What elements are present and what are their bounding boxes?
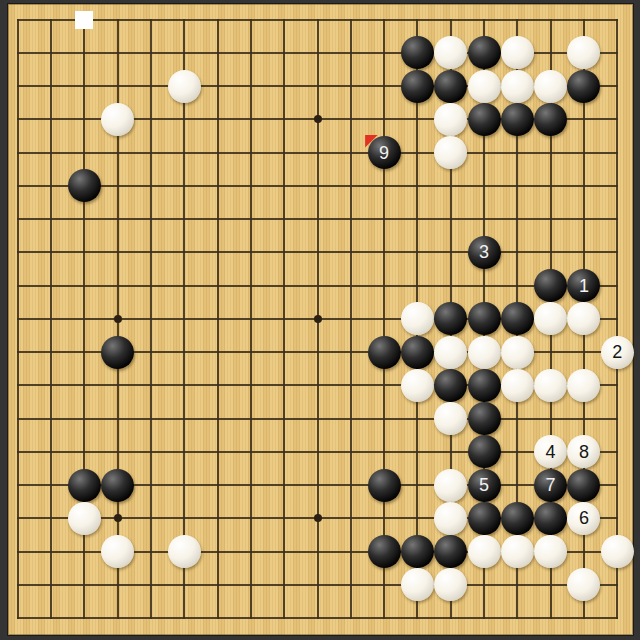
- stone-black: [534, 502, 567, 535]
- stone-white: [168, 70, 201, 103]
- go-board[interactable]: 931248576: [8, 4, 633, 635]
- stone-white: [401, 568, 434, 601]
- stone-black: [401, 336, 434, 369]
- move-number: 4: [546, 443, 556, 461]
- stone-white: [101, 535, 134, 568]
- stone-black: [434, 302, 467, 335]
- stone-black: [468, 435, 501, 468]
- stone-white: 4: [534, 435, 567, 468]
- stone-black: [468, 402, 501, 435]
- stone-white: [501, 535, 534, 568]
- move-number: 6: [579, 509, 589, 527]
- stone-black: [68, 469, 101, 502]
- stone-white: [501, 369, 534, 402]
- stone-black: [368, 469, 401, 502]
- stone-white: [401, 302, 434, 335]
- stone-white: [434, 136, 467, 169]
- stone-black: [401, 535, 434, 568]
- star-point: [314, 115, 322, 123]
- stone-white: [434, 336, 467, 369]
- stone-black: [101, 469, 134, 502]
- stone-white: [567, 302, 600, 335]
- grid-line: [17, 418, 618, 420]
- stone-white: [168, 535, 201, 568]
- stone-white: [401, 369, 434, 402]
- stone-black: [501, 103, 534, 136]
- stone-black: [101, 336, 134, 369]
- stone-black: 5: [468, 469, 501, 502]
- stone-black: 1: [567, 269, 600, 302]
- stone-black: [434, 535, 467, 568]
- star-point: [114, 315, 122, 323]
- stone-white: [468, 70, 501, 103]
- stone-black: [501, 502, 534, 535]
- stone-black: [468, 502, 501, 535]
- stone-white: [567, 369, 600, 402]
- stone-white: [434, 103, 467, 136]
- stone-white: [434, 568, 467, 601]
- star-point: [314, 514, 322, 522]
- square-marker: [75, 11, 93, 29]
- stone-white: [534, 302, 567, 335]
- move-number: 9: [379, 144, 389, 162]
- grid-line: [17, 451, 618, 453]
- stone-white: 8: [567, 435, 600, 468]
- stone-white: [534, 535, 567, 568]
- stone-white: [434, 469, 467, 502]
- grid-line: [350, 19, 352, 620]
- stone-black: [468, 103, 501, 136]
- stone-white: [534, 369, 567, 402]
- stone-white: [101, 103, 134, 136]
- stone-white: 6: [567, 502, 600, 535]
- app-background: 931248576: [0, 0, 640, 640]
- stone-black: [534, 103, 567, 136]
- stone-black: [368, 336, 401, 369]
- stone-white: [68, 502, 101, 535]
- stone-white: [468, 535, 501, 568]
- stone-white: [434, 36, 467, 69]
- stone-black: 3: [468, 236, 501, 269]
- stone-black: [567, 70, 600, 103]
- move-number: 8: [579, 443, 589, 461]
- stone-white: [601, 535, 634, 568]
- stone-white: [501, 70, 534, 103]
- stone-white: [501, 336, 534, 369]
- stone-black: 7: [534, 469, 567, 502]
- stone-black: [468, 369, 501, 402]
- stone-black: [368, 535, 401, 568]
- stone-black: [501, 302, 534, 335]
- move-number: 5: [479, 476, 489, 494]
- stone-white: [468, 336, 501, 369]
- grid-line: [17, 584, 618, 586]
- move-number: 2: [612, 343, 622, 361]
- stone-black: [68, 169, 101, 202]
- stone-white: [534, 70, 567, 103]
- stone-black: [468, 302, 501, 335]
- stone-black: [468, 36, 501, 69]
- stone-black: [534, 269, 567, 302]
- stone-black: [401, 70, 434, 103]
- stone-black: [434, 369, 467, 402]
- stone-black: 9: [368, 136, 401, 169]
- stone-white: [567, 568, 600, 601]
- star-point: [314, 315, 322, 323]
- move-number: 3: [479, 243, 489, 261]
- move-number: 1: [579, 277, 589, 295]
- grid-line: [17, 617, 618, 619]
- move-number: 7: [546, 476, 556, 494]
- stone-white: [501, 36, 534, 69]
- stone-white: [434, 502, 467, 535]
- stone-white: 2: [601, 336, 634, 369]
- stone-white: [567, 36, 600, 69]
- stone-black: [401, 36, 434, 69]
- stone-black: [567, 469, 600, 502]
- grid-line: [383, 19, 385, 620]
- star-point: [114, 514, 122, 522]
- stone-white: [434, 402, 467, 435]
- stone-black: [434, 70, 467, 103]
- grid-line: [616, 19, 618, 620]
